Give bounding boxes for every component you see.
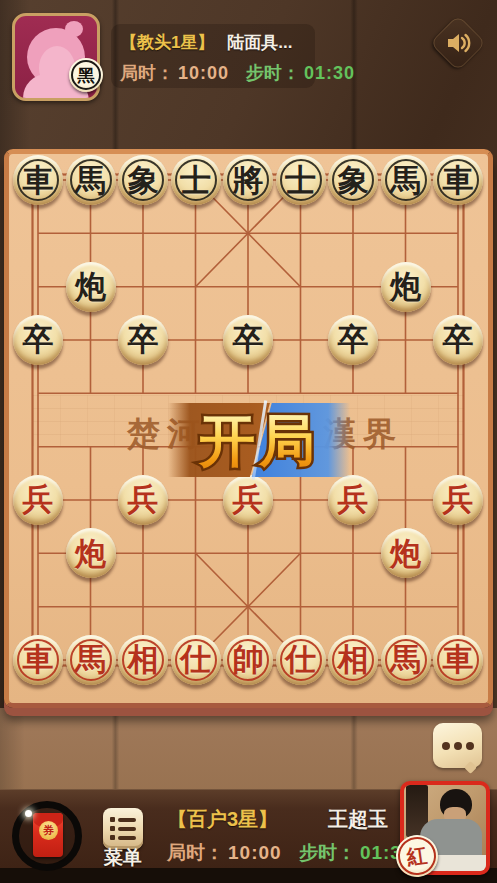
piece-glyph: 兵	[443, 484, 474, 515]
player-name: 王超玉	[328, 806, 388, 833]
red-envelope-icon: 券	[33, 813, 63, 857]
opponent-rank-title: 【教头1星】	[120, 33, 214, 52]
speaker-icon	[443, 28, 473, 58]
piece-glyph: 馬	[390, 644, 421, 675]
red-piece-兵[interactable]: 兵	[118, 475, 168, 525]
menu-label: 菜单	[96, 845, 150, 871]
black-piece-士[interactable]: 士	[171, 155, 221, 205]
piece-glyph: 車	[23, 165, 54, 196]
banner-text-svg: 开局	[168, 403, 350, 477]
black-piece-馬[interactable]: 馬	[381, 155, 431, 205]
black-piece-卒[interactable]: 卒	[433, 315, 483, 365]
black-piece-卒[interactable]: 卒	[13, 315, 63, 365]
piece-glyph: 士	[285, 165, 316, 196]
red-piece-仕[interactable]: 仕	[171, 635, 221, 685]
red-piece-車[interactable]: 車	[13, 635, 63, 685]
piece-glyph: 馬	[75, 644, 106, 675]
piece-glyph: 卒	[338, 324, 369, 355]
black-side-badge: 黑	[69, 58, 103, 92]
piece-glyph: 仕	[285, 644, 316, 675]
menu-button[interactable]	[103, 808, 143, 849]
piece-glyph: 卒	[443, 324, 474, 355]
piece-glyph: 馬	[75, 165, 106, 196]
game-time-value: 10:00	[178, 63, 229, 83]
move-time-label: 步时：	[246, 63, 300, 83]
black-piece-卒[interactable]: 卒	[118, 315, 168, 365]
xiangqi-game-screen: 黑 【教头1星】 陆面具... 局时：10:00 步时：01:30	[0, 0, 497, 883]
black-piece-士[interactable]: 士	[276, 155, 326, 205]
piece-glyph: 象	[338, 165, 369, 196]
piece-glyph: 車	[23, 644, 54, 675]
piece-glyph: 卒	[233, 324, 264, 355]
opening-banner: 开局	[168, 403, 350, 477]
opponent-title-row: 【教头1星】 陆面具...	[120, 31, 440, 54]
black-piece-象[interactable]: 象	[328, 155, 378, 205]
red-piece-馬[interactable]: 馬	[66, 635, 116, 685]
piece-glyph: 卒	[23, 324, 54, 355]
player-rank-title: 【百户3星】	[167, 806, 278, 833]
chat-button[interactable]	[433, 723, 482, 768]
piece-glyph: 炮	[390, 271, 421, 302]
player-timers: 局时：10:00 步时：01:30	[167, 840, 414, 866]
red-piece-兵[interactable]: 兵	[433, 475, 483, 525]
black-piece-象[interactable]: 象	[118, 155, 168, 205]
black-side-badge-label: 黑	[78, 64, 95, 87]
black-piece-炮[interactable]: 炮	[66, 262, 116, 312]
black-piece-車[interactable]: 車	[13, 155, 63, 205]
black-piece-車[interactable]: 車	[433, 155, 483, 205]
piece-glyph: 兵	[128, 484, 159, 515]
piece-glyph: 相	[338, 644, 369, 675]
piece-glyph: 卒	[128, 324, 159, 355]
piece-glyph: 車	[443, 644, 474, 675]
black-piece-馬[interactable]: 馬	[66, 155, 116, 205]
move-time-value: 01:30	[304, 63, 355, 83]
red-piece-炮[interactable]: 炮	[381, 528, 431, 578]
game-time-label: 局时：	[120, 63, 174, 83]
piece-glyph: 士	[180, 165, 211, 196]
piece-glyph: 仕	[180, 644, 211, 675]
red-piece-相[interactable]: 相	[118, 635, 168, 685]
black-piece-卒[interactable]: 卒	[328, 315, 378, 365]
chat-dots-icon	[442, 742, 450, 750]
game-time-value: 10:00	[228, 842, 282, 863]
menu-list-icon	[110, 817, 136, 822]
red-piece-兵[interactable]: 兵	[223, 475, 273, 525]
red-envelope-button[interactable]: 券	[12, 801, 82, 871]
red-piece-馬[interactable]: 馬	[381, 635, 431, 685]
red-piece-仕[interactable]: 仕	[276, 635, 326, 685]
opponent-timers: 局时：10:00 步时：01:30	[120, 61, 440, 85]
red-side-badge-label: 紅	[405, 841, 429, 871]
red-piece-相[interactable]: 相	[328, 635, 378, 685]
sparkle-icon	[25, 810, 32, 817]
piece-glyph: 兵	[233, 484, 264, 515]
piece-glyph: 帥	[233, 644, 264, 675]
move-time-label: 步时：	[299, 842, 356, 863]
red-piece-車[interactable]: 車	[433, 635, 483, 685]
red-piece-兵[interactable]: 兵	[13, 475, 63, 525]
piece-glyph: 兵	[338, 484, 369, 515]
game-time-label: 局时：	[167, 842, 224, 863]
black-piece-卒[interactable]: 卒	[223, 315, 273, 365]
banner-phase-text: 开局	[198, 407, 319, 473]
voucher-seal: 券	[39, 821, 58, 840]
piece-glyph: 炮	[390, 538, 421, 569]
piece-glyph: 炮	[75, 271, 106, 302]
red-piece-帥[interactable]: 帥	[223, 635, 273, 685]
piece-glyph: 車	[443, 165, 474, 196]
opponent-name: 陆面具...	[227, 33, 292, 52]
red-piece-兵[interactable]: 兵	[328, 475, 378, 525]
black-piece-炮[interactable]: 炮	[381, 262, 431, 312]
piece-glyph: 相	[128, 644, 159, 675]
black-piece-將[interactable]: 將	[223, 155, 273, 205]
piece-glyph: 馬	[390, 165, 421, 196]
piece-glyph: 象	[128, 165, 159, 196]
piece-glyph: 炮	[75, 538, 106, 569]
red-piece-炮[interactable]: 炮	[66, 528, 116, 578]
piece-glyph: 兵	[23, 484, 54, 515]
xiangqi-board[interactable]: 楚河 漢界 車馬象士將士象馬車炮炮卒卒卒卒卒兵兵兵兵兵炮炮車馬相仕帥仕相馬車 开…	[4, 149, 493, 708]
piece-glyph: 將	[233, 165, 264, 196]
